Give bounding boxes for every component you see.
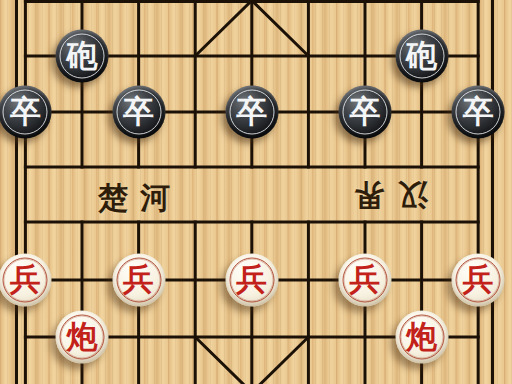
piece-black-soldier[interactable]: 卒 (225, 86, 278, 139)
piece-red-cannon[interactable]: 炮 (56, 311, 109, 364)
river-label-chu-he: 楚河 (98, 183, 182, 213)
piece-glyph: 卒 (10, 96, 41, 127)
piece-black-soldier[interactable]: 卒 (0, 86, 52, 139)
piece-glyph: 砲 (67, 40, 98, 71)
piece-red-soldier[interactable]: 兵 (225, 254, 278, 307)
xiangqi-board[interactable]: 楚河 汉界 砲砲卒卒卒卒卒兵兵兵兵兵炮炮 (0, 0, 512, 384)
piece-black-cannon[interactable]: 砲 (56, 30, 109, 83)
piece-red-soldier[interactable]: 兵 (339, 254, 392, 307)
piece-glyph: 卒 (123, 96, 154, 127)
piece-black-soldier[interactable]: 卒 (452, 86, 505, 139)
piece-glyph: 兵 (123, 264, 154, 295)
piece-glyph: 卒 (350, 96, 381, 127)
piece-red-soldier[interactable]: 兵 (112, 254, 165, 307)
piece-red-soldier[interactable]: 兵 (0, 254, 52, 307)
piece-black-cannon[interactable]: 砲 (395, 30, 448, 83)
piece-glyph: 炮 (67, 321, 98, 352)
piece-glyph: 兵 (463, 264, 494, 295)
piece-glyph: 兵 (236, 264, 267, 295)
piece-glyph: 兵 (10, 264, 41, 295)
piece-glyph: 兵 (350, 264, 381, 295)
piece-glyph: 炮 (406, 321, 437, 352)
piece-black-soldier[interactable]: 卒 (339, 86, 392, 139)
piece-black-soldier[interactable]: 卒 (112, 86, 165, 139)
piece-glyph: 砲 (406, 40, 437, 71)
piece-glyph: 卒 (463, 96, 494, 127)
river-label-han-jie: 汉界 (340, 180, 428, 210)
piece-red-cannon[interactable]: 炮 (395, 311, 448, 364)
piece-red-soldier[interactable]: 兵 (452, 254, 505, 307)
piece-glyph: 卒 (236, 96, 267, 127)
